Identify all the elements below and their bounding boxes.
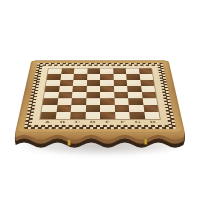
board-grid <box>40 69 159 120</box>
square-c1 <box>70 112 85 119</box>
square-e3 <box>100 98 114 105</box>
file-label: G <box>130 119 146 125</box>
square-f3 <box>114 98 129 105</box>
file-label: C <box>70 119 85 125</box>
square-g3 <box>128 98 143 105</box>
file-label: B <box>54 119 70 125</box>
file-label: A <box>39 119 55 125</box>
brass-latch-left <box>68 139 71 145</box>
square-h3 <box>142 98 157 105</box>
square-d2 <box>85 105 100 112</box>
square-b1 <box>55 112 71 119</box>
product-photo-scene: ABCDEFGH <box>0 0 200 200</box>
square-b3 <box>57 98 72 105</box>
square-d3 <box>86 98 100 105</box>
square-c2 <box>71 105 86 112</box>
board-oak-rim: ABCDEFGH <box>15 60 185 133</box>
square-h2 <box>143 105 158 112</box>
file-labels-row: ABCDEFGH <box>39 119 160 125</box>
square-g1 <box>129 112 145 119</box>
square-a2 <box>41 105 56 112</box>
file-label: D <box>85 119 100 125</box>
file-label: E <box>100 119 115 125</box>
square-f2 <box>114 105 129 112</box>
coordinate-band: ABCDEFGH <box>31 66 168 126</box>
square-h1 <box>144 112 160 119</box>
square-a3 <box>43 98 58 105</box>
file-label: F <box>115 119 130 125</box>
square-b2 <box>56 105 71 112</box>
square-a1 <box>40 112 56 119</box>
square-c3 <box>71 98 86 105</box>
square-g2 <box>129 105 144 112</box>
square-d1 <box>85 112 100 119</box>
chess-board: ABCDEFGH <box>15 60 185 133</box>
square-e2 <box>100 105 115 112</box>
mosaic-inlay-border: ABCDEFGH <box>24 63 176 129</box>
square-e1 <box>100 112 115 119</box>
file-label: H <box>145 119 161 125</box>
square-f1 <box>115 112 130 119</box>
brass-latch-right <box>144 139 147 145</box>
